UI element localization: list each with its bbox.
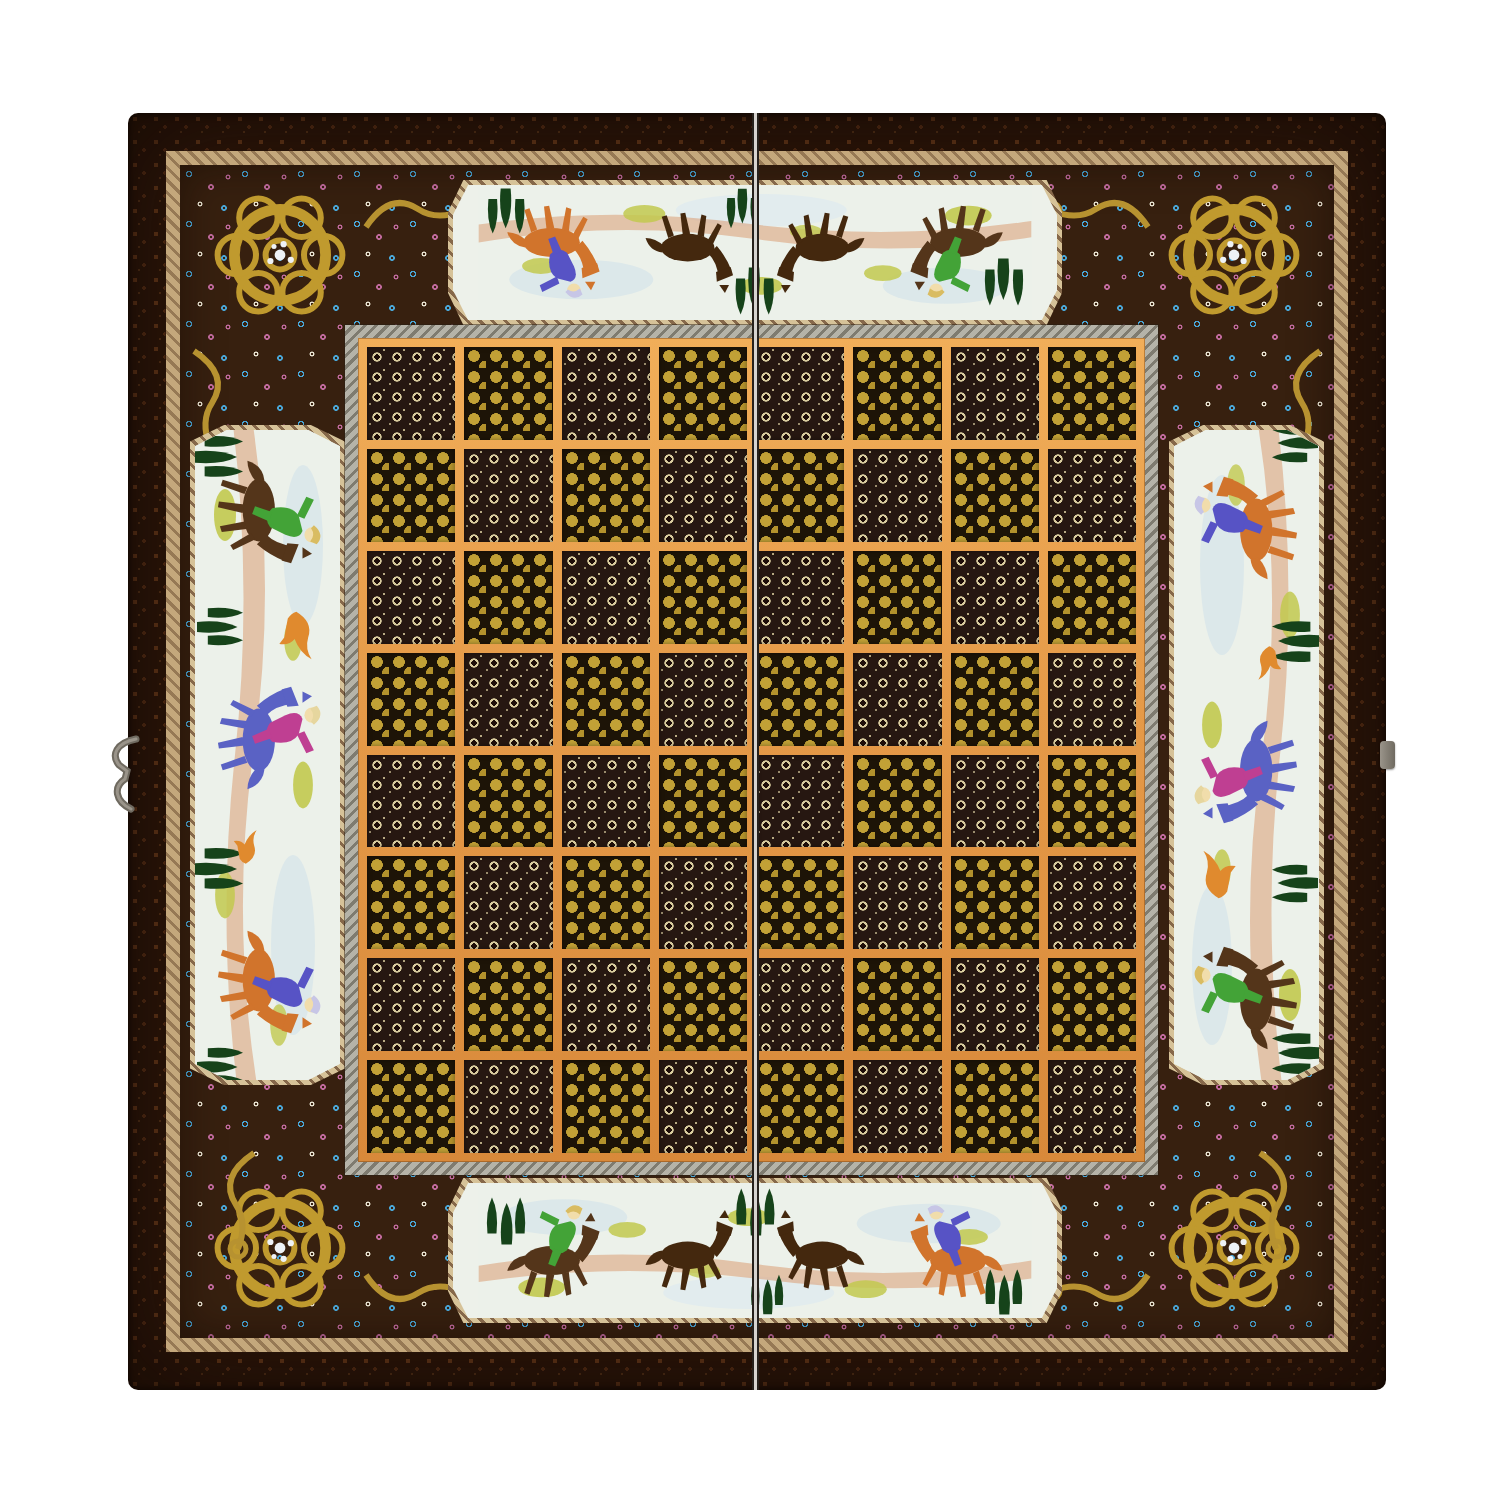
square-r4c2[interactable] (562, 755, 650, 848)
clasp-left[interactable] (104, 733, 140, 815)
square-r4c7[interactable] (1048, 755, 1136, 848)
clasp-right[interactable] (1380, 741, 1395, 769)
square-r2c0[interactable] (367, 551, 455, 644)
square-r5c5[interactable] (853, 856, 941, 949)
square-r0c6[interactable] (951, 347, 1039, 440)
square-r7c5[interactable] (853, 1060, 941, 1153)
square-r3c4[interactable] (756, 653, 844, 746)
square-r3c1[interactable] (464, 653, 552, 746)
square-r7c4[interactable] (756, 1060, 844, 1153)
square-r4c5[interactable] (853, 755, 941, 848)
square-r3c0[interactable] (367, 653, 455, 746)
square-r1c0[interactable] (367, 449, 455, 542)
square-r5c7[interactable] (1048, 856, 1136, 949)
square-r1c3[interactable] (659, 449, 747, 542)
board-fold-seam (752, 113, 759, 1390)
square-r5c3[interactable] (659, 856, 747, 949)
square-r6c5[interactable] (853, 958, 941, 1051)
square-r6c6[interactable] (951, 958, 1039, 1051)
square-r3c5[interactable] (853, 653, 941, 746)
square-r0c1[interactable] (464, 347, 552, 440)
square-r1c1[interactable] (464, 449, 552, 542)
square-r1c5[interactable] (853, 449, 941, 542)
square-r3c7[interactable] (1048, 653, 1136, 746)
square-r2c1[interactable] (464, 551, 552, 644)
square-r7c0[interactable] (367, 1060, 455, 1153)
square-r4c3[interactable] (659, 755, 747, 848)
square-r7c3[interactable] (659, 1060, 747, 1153)
square-r4c4[interactable] (756, 755, 844, 848)
square-r3c3[interactable] (659, 653, 747, 746)
square-r5c2[interactable] (562, 856, 650, 949)
square-r3c6[interactable] (951, 653, 1039, 746)
square-r6c0[interactable] (367, 958, 455, 1051)
square-r2c6[interactable] (951, 551, 1039, 644)
square-r5c4[interactable] (756, 856, 844, 949)
square-r7c7[interactable] (1048, 1060, 1136, 1153)
cartouche-panel-left (190, 425, 345, 1085)
square-r1c2[interactable] (562, 449, 650, 542)
square-r1c7[interactable] (1048, 449, 1136, 542)
square-r1c6[interactable] (951, 449, 1039, 542)
square-r6c2[interactable] (562, 958, 650, 1051)
square-r7c6[interactable] (951, 1060, 1039, 1153)
square-r4c1[interactable] (464, 755, 552, 848)
square-r3c2[interactable] (562, 653, 650, 746)
square-r6c4[interactable] (756, 958, 844, 1051)
miniature-scene-left (195, 430, 340, 1080)
square-r4c0[interactable] (367, 755, 455, 848)
square-r5c0[interactable] (367, 856, 455, 949)
square-r4c6[interactable] (951, 755, 1039, 848)
square-r7c2[interactable] (562, 1060, 650, 1153)
square-r5c1[interactable] (464, 856, 552, 949)
square-r6c7[interactable] (1048, 958, 1136, 1051)
square-r0c2[interactable] (562, 347, 650, 440)
square-r6c3[interactable] (659, 958, 747, 1051)
square-r2c7[interactable] (1048, 551, 1136, 644)
square-r0c5[interactable] (853, 347, 941, 440)
miniature-scene-right (1174, 430, 1319, 1080)
cartouche-panel-right (1169, 425, 1324, 1085)
square-r2c5[interactable] (853, 551, 941, 644)
square-r1c4[interactable] (756, 449, 844, 542)
khatam-chess-board (128, 113, 1386, 1390)
square-r6c1[interactable] (464, 958, 552, 1051)
square-r0c4[interactable] (756, 347, 844, 440)
square-r5c6[interactable] (951, 856, 1039, 949)
square-r2c2[interactable] (562, 551, 650, 644)
square-r2c4[interactable] (756, 551, 844, 644)
square-r2c3[interactable] (659, 551, 747, 644)
square-r7c1[interactable] (464, 1060, 552, 1153)
square-r0c7[interactable] (1048, 347, 1136, 440)
square-r0c0[interactable] (367, 347, 455, 440)
square-r0c3[interactable] (659, 347, 747, 440)
